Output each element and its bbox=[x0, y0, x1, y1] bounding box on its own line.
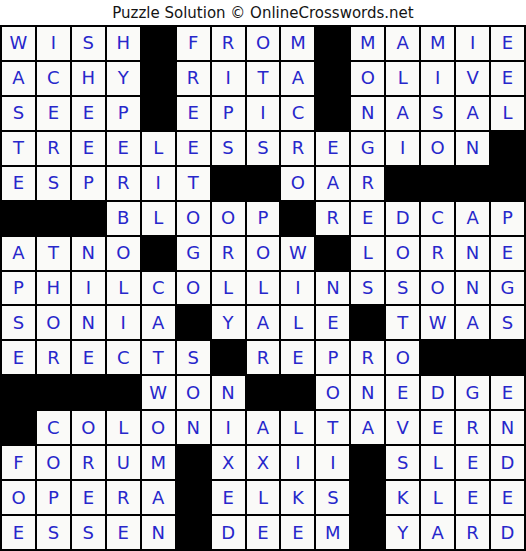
grid-cell-r10c1: E bbox=[2, 341, 35, 374]
black-cell-r10c14 bbox=[456, 341, 489, 374]
grid-cell-r3c11: N bbox=[351, 97, 384, 130]
grid-cell-r13c1: F bbox=[2, 446, 35, 479]
black-cell-r9c11 bbox=[351, 306, 384, 339]
grid-cell-r13c4: U bbox=[107, 446, 140, 479]
black-cell-r5c14 bbox=[456, 167, 489, 200]
grid-cell-r7c3: N bbox=[72, 237, 105, 270]
grid-cell-r8c11: S bbox=[351, 272, 384, 305]
black-cell-r11c2 bbox=[37, 376, 70, 409]
grid-cell-r4c5: L bbox=[142, 132, 175, 165]
grid-cell-r5c5: I bbox=[142, 167, 175, 200]
black-cell-r3c10 bbox=[316, 97, 349, 130]
grid-cell-r15c15: D bbox=[491, 516, 524, 549]
black-cell-r13c6 bbox=[177, 446, 210, 479]
grid-cell-r12c8: A bbox=[247, 411, 280, 444]
grid-cell-r2c12: L bbox=[386, 62, 419, 95]
grid-cell-r6c11: E bbox=[351, 202, 384, 235]
grid-cell-r2c7: I bbox=[212, 62, 245, 95]
grid-cell-r5c4: R bbox=[107, 167, 140, 200]
grid-cell-r1c2: I bbox=[37, 27, 70, 60]
grid-cell-r10c12: O bbox=[386, 341, 419, 374]
grid-cell-r13c7: X bbox=[212, 446, 245, 479]
black-cell-r13c11 bbox=[351, 446, 384, 479]
grid-cell-r1c6: F bbox=[177, 27, 210, 60]
grid-cell-r4c13: O bbox=[421, 132, 454, 165]
grid-cell-r4c11: G bbox=[351, 132, 384, 165]
grid-cell-r2c1: A bbox=[2, 62, 35, 95]
grid-cell-r15c2: S bbox=[37, 516, 70, 549]
grid-cell-r8c7: L bbox=[212, 272, 245, 305]
grid-cell-r1c1: W bbox=[2, 27, 35, 60]
black-cell-r5c12 bbox=[386, 167, 419, 200]
grid-cell-r6c14: A bbox=[456, 202, 489, 235]
grid-cell-r10c2: R bbox=[37, 341, 70, 374]
grid-cell-r6c4: B bbox=[107, 202, 140, 235]
grid-cell-r2c13: I bbox=[421, 62, 454, 95]
grid-cell-r6c10: R bbox=[316, 202, 349, 235]
black-cell-r7c10 bbox=[316, 237, 349, 270]
grid-cell-r14c12: K bbox=[386, 481, 419, 514]
black-cell-r14c6 bbox=[177, 481, 210, 514]
grid-cell-r15c12: Y bbox=[386, 516, 419, 549]
grid-cell-r9c15: S bbox=[491, 306, 524, 339]
grid-cell-r15c9: E bbox=[281, 516, 314, 549]
grid-cell-r9c2: O bbox=[37, 306, 70, 339]
grid-cell-r15c10: M bbox=[316, 516, 349, 549]
grid-cell-r15c1: E bbox=[2, 516, 35, 549]
grid-cell-r14c15: E bbox=[491, 481, 524, 514]
grid-cell-r12c3: O bbox=[72, 411, 105, 444]
grid-cell-r8c14: N bbox=[456, 272, 489, 305]
grid-cell-r4c12: I bbox=[386, 132, 419, 165]
black-cell-r10c15 bbox=[491, 341, 524, 374]
black-cell-r12c1 bbox=[2, 411, 35, 444]
black-cell-r2c5 bbox=[142, 62, 175, 95]
black-cell-r14c11 bbox=[351, 481, 384, 514]
grid-cell-r14c14: E bbox=[456, 481, 489, 514]
grid-cell-r6c12: D bbox=[386, 202, 419, 235]
grid-cell-r12c15: N bbox=[491, 411, 524, 444]
grid-cell-r15c5: N bbox=[142, 516, 175, 549]
grid-cell-r13c3: R bbox=[72, 446, 105, 479]
grid-cell-r14c8: L bbox=[247, 481, 280, 514]
grid-cell-r4c9: R bbox=[281, 132, 314, 165]
black-cell-r11c1 bbox=[2, 376, 35, 409]
black-cell-r1c10 bbox=[316, 27, 349, 60]
grid-cell-r9c10: E bbox=[316, 306, 349, 339]
crossword-grid: WISHFROMMAMIEACHYRITAOLIVESEEPEPICNASALT… bbox=[0, 25, 526, 551]
grid-cell-r14c9: K bbox=[281, 481, 314, 514]
grid-cell-r3c8: I bbox=[247, 97, 280, 130]
grid-cell-r3c9: C bbox=[281, 97, 314, 130]
grid-cell-r2c11: O bbox=[351, 62, 384, 95]
grid-cell-r3c2: E bbox=[37, 97, 70, 130]
grid-cell-r4c8: S bbox=[247, 132, 280, 165]
grid-cell-r8c13: O bbox=[421, 272, 454, 305]
black-cell-r11c3 bbox=[72, 376, 105, 409]
grid-cell-r13c9: I bbox=[281, 446, 314, 479]
grid-cell-r8c3: I bbox=[72, 272, 105, 305]
grid-cell-r9c8: A bbox=[247, 306, 280, 339]
grid-cell-r6c6: O bbox=[177, 202, 210, 235]
grid-cell-r4c4: E bbox=[107, 132, 140, 165]
grid-cell-r12c4: L bbox=[107, 411, 140, 444]
grid-cell-r7c2: T bbox=[37, 237, 70, 270]
grid-cell-r13c13: L bbox=[421, 446, 454, 479]
grid-cell-r8c15: G bbox=[491, 272, 524, 305]
grid-cell-r7c11: L bbox=[351, 237, 384, 270]
grid-cell-r7c13: R bbox=[421, 237, 454, 270]
grid-cell-r2c4: Y bbox=[107, 62, 140, 95]
grid-cell-r13c14: E bbox=[456, 446, 489, 479]
grid-cell-r14c10: S bbox=[316, 481, 349, 514]
grid-cell-r3c6: E bbox=[177, 97, 210, 130]
grid-cell-r8c9: I bbox=[281, 272, 314, 305]
grid-cell-r6c8: P bbox=[247, 202, 280, 235]
grid-cell-r1c13: M bbox=[421, 27, 454, 60]
grid-cell-r1c4: H bbox=[107, 27, 140, 60]
grid-cell-r15c14: R bbox=[456, 516, 489, 549]
grid-cell-r4c2: R bbox=[37, 132, 70, 165]
grid-cell-r7c4: O bbox=[107, 237, 140, 270]
grid-cell-r7c7: R bbox=[212, 237, 245, 270]
grid-cell-r9c9: L bbox=[281, 306, 314, 339]
grid-cell-r11c11: N bbox=[351, 376, 384, 409]
grid-cell-r11c14: G bbox=[456, 376, 489, 409]
black-cell-r3c5 bbox=[142, 97, 175, 130]
grid-cell-r4c3: E bbox=[72, 132, 105, 165]
grid-cell-r9c7: Y bbox=[212, 306, 245, 339]
black-cell-r11c9 bbox=[281, 376, 314, 409]
grid-cell-r8c2: H bbox=[37, 272, 70, 305]
grid-cell-r14c13: L bbox=[421, 481, 454, 514]
grid-cell-r7c12: O bbox=[386, 237, 419, 270]
grid-cell-r10c3: E bbox=[72, 341, 105, 374]
grid-cell-r15c13: A bbox=[421, 516, 454, 549]
grid-cell-r2c15: E bbox=[491, 62, 524, 95]
grid-cell-r4c10: E bbox=[316, 132, 349, 165]
grid-cell-r7c6: G bbox=[177, 237, 210, 270]
grid-cell-r8c8: L bbox=[247, 272, 280, 305]
grid-cell-r5c10: A bbox=[316, 167, 349, 200]
grid-cell-r14c4: R bbox=[107, 481, 140, 514]
grid-cell-r12c2: C bbox=[37, 411, 70, 444]
black-cell-r6c2 bbox=[37, 202, 70, 235]
grid-cell-r10c6: S bbox=[177, 341, 210, 374]
black-cell-r15c11 bbox=[351, 516, 384, 549]
black-cell-r6c3 bbox=[72, 202, 105, 235]
grid-cell-r12c9: L bbox=[281, 411, 314, 444]
grid-cell-r12c14: R bbox=[456, 411, 489, 444]
grid-cell-r11c5: W bbox=[142, 376, 175, 409]
grid-cell-r10c9: E bbox=[281, 341, 314, 374]
black-cell-r7c5 bbox=[142, 237, 175, 270]
grid-cell-r7c1: A bbox=[2, 237, 35, 270]
grid-cell-r11c7: N bbox=[212, 376, 245, 409]
grid-cell-r13c8: X bbox=[247, 446, 280, 479]
grid-cell-r6c7: O bbox=[212, 202, 245, 235]
black-cell-r11c4 bbox=[107, 376, 140, 409]
grid-cell-r3c4: P bbox=[107, 97, 140, 130]
grid-cell-r12c12: V bbox=[386, 411, 419, 444]
grid-cell-r12c5: O bbox=[142, 411, 175, 444]
grid-cell-r5c3: P bbox=[72, 167, 105, 200]
crossword-page: Puzzle Solution © OnlineCrosswords.net W… bbox=[0, 0, 526, 551]
grid-cell-r15c7: D bbox=[212, 516, 245, 549]
black-cell-r9c6 bbox=[177, 306, 210, 339]
grid-cell-r8c1: P bbox=[2, 272, 35, 305]
black-cell-r10c13 bbox=[421, 341, 454, 374]
grid-cell-r10c5: T bbox=[142, 341, 175, 374]
grid-cell-r12c13: E bbox=[421, 411, 454, 444]
grid-cell-r6c13: C bbox=[421, 202, 454, 235]
grid-cell-r13c5: M bbox=[142, 446, 175, 479]
grid-cell-r2c9: A bbox=[281, 62, 314, 95]
grid-cell-r2c14: V bbox=[456, 62, 489, 95]
grid-cell-r4c14: N bbox=[456, 132, 489, 165]
grid-cell-r9c14: A bbox=[456, 306, 489, 339]
grid-cell-r6c5: L bbox=[142, 202, 175, 235]
grid-cell-r1c11: M bbox=[351, 27, 384, 60]
grid-cell-r8c12: S bbox=[386, 272, 419, 305]
grid-cell-r1c9: M bbox=[281, 27, 314, 60]
grid-cell-r2c2: C bbox=[37, 62, 70, 95]
grid-cell-r7c8: O bbox=[247, 237, 280, 270]
grid-cell-r12c7: I bbox=[212, 411, 245, 444]
grid-cell-r11c13: D bbox=[421, 376, 454, 409]
grid-cell-r8c10: N bbox=[316, 272, 349, 305]
black-cell-r11c8 bbox=[247, 376, 280, 409]
black-cell-r10c7 bbox=[212, 341, 245, 374]
grid-cell-r3c15: L bbox=[491, 97, 524, 130]
grid-cell-r2c3: H bbox=[72, 62, 105, 95]
grid-cell-r11c6: O bbox=[177, 376, 210, 409]
black-cell-r4c15 bbox=[491, 132, 524, 165]
grid-cell-r12c10: T bbox=[316, 411, 349, 444]
grid-cell-r5c2: S bbox=[37, 167, 70, 200]
page-title: Puzzle Solution © OnlineCrosswords.net bbox=[0, 0, 526, 25]
black-cell-r2c10 bbox=[316, 62, 349, 95]
grid-cell-r3c14: A bbox=[456, 97, 489, 130]
grid-cell-r13c15: D bbox=[491, 446, 524, 479]
grid-cell-r9c13: W bbox=[421, 306, 454, 339]
grid-cell-r1c8: O bbox=[247, 27, 280, 60]
grid-cell-r12c6: N bbox=[177, 411, 210, 444]
black-cell-r5c7 bbox=[212, 167, 245, 200]
grid-cell-r8c4: L bbox=[107, 272, 140, 305]
grid-cell-r1c14: I bbox=[456, 27, 489, 60]
grid-cell-r14c1: O bbox=[2, 481, 35, 514]
black-cell-r6c9 bbox=[281, 202, 314, 235]
black-cell-r6c1 bbox=[2, 202, 35, 235]
grid-cell-r1c7: R bbox=[212, 27, 245, 60]
grid-cell-r7c14: N bbox=[456, 237, 489, 270]
grid-cell-r4c7: S bbox=[212, 132, 245, 165]
grid-cell-r14c5: A bbox=[142, 481, 175, 514]
black-cell-r5c15 bbox=[491, 167, 524, 200]
grid-cell-r2c6: R bbox=[177, 62, 210, 95]
grid-cell-r14c3: E bbox=[72, 481, 105, 514]
grid-cell-r5c1: E bbox=[2, 167, 35, 200]
grid-cell-r5c11: R bbox=[351, 167, 384, 200]
grid-cell-r7c9: W bbox=[281, 237, 314, 270]
grid-cell-r11c12: E bbox=[386, 376, 419, 409]
grid-cell-r3c3: E bbox=[72, 97, 105, 130]
grid-cell-r4c6: E bbox=[177, 132, 210, 165]
grid-cell-r13c12: S bbox=[386, 446, 419, 479]
black-cell-r5c8 bbox=[247, 167, 280, 200]
black-cell-r1c5 bbox=[142, 27, 175, 60]
grid-cell-r14c2: P bbox=[37, 481, 70, 514]
grid-cell-r15c3: S bbox=[72, 516, 105, 549]
grid-cell-r9c5: A bbox=[142, 306, 175, 339]
grid-cell-r3c13: S bbox=[421, 97, 454, 130]
grid-cell-r12c11: A bbox=[351, 411, 384, 444]
grid-cell-r1c12: A bbox=[386, 27, 419, 60]
grid-cell-r9c3: N bbox=[72, 306, 105, 339]
grid-cell-r11c15: E bbox=[491, 376, 524, 409]
grid-cell-r10c8: R bbox=[247, 341, 280, 374]
grid-cell-r1c3: S bbox=[72, 27, 105, 60]
grid-cell-r3c7: P bbox=[212, 97, 245, 130]
grid-cell-r10c10: P bbox=[316, 341, 349, 374]
grid-cell-r6c15: P bbox=[491, 202, 524, 235]
grid-cell-r13c2: O bbox=[37, 446, 70, 479]
grid-cell-r5c6: T bbox=[177, 167, 210, 200]
grid-cell-r3c12: A bbox=[386, 97, 419, 130]
grid-cell-r9c4: I bbox=[107, 306, 140, 339]
grid-cell-r13c10: I bbox=[316, 446, 349, 479]
grid-cell-r14c7: E bbox=[212, 481, 245, 514]
grid-cell-r10c11: R bbox=[351, 341, 384, 374]
black-cell-r15c6 bbox=[177, 516, 210, 549]
grid-cell-r10c4: C bbox=[107, 341, 140, 374]
grid-cell-r2c8: T bbox=[247, 62, 280, 95]
black-cell-r5c13 bbox=[421, 167, 454, 200]
grid-cell-r9c12: T bbox=[386, 306, 419, 339]
grid-cell-r15c4: E bbox=[107, 516, 140, 549]
grid-cell-r5c9: O bbox=[281, 167, 314, 200]
grid-cell-r11c10: O bbox=[316, 376, 349, 409]
grid-cell-r3c1: S bbox=[2, 97, 35, 130]
grid-cell-r8c6: O bbox=[177, 272, 210, 305]
grid-cell-r9c1: S bbox=[2, 306, 35, 339]
grid-cell-r1c15: E bbox=[491, 27, 524, 60]
grid-cell-r7c15: E bbox=[491, 237, 524, 270]
grid-cell-r15c8: E bbox=[247, 516, 280, 549]
grid-cell-r4c1: T bbox=[2, 132, 35, 165]
grid-cell-r8c5: C bbox=[142, 272, 175, 305]
